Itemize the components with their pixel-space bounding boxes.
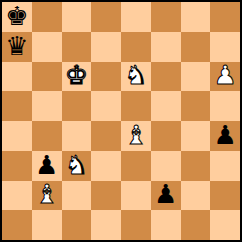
square-b7[interactable]	[32, 32, 62, 62]
square-g7[interactable]	[181, 32, 211, 62]
piece-black-queen: ♛	[5, 33, 28, 59]
square-g8[interactable]	[181, 2, 211, 32]
square-g4[interactable]	[181, 121, 211, 151]
piece-white-pawn: ♟	[213, 62, 236, 88]
square-h8[interactable]	[210, 2, 240, 32]
square-d3[interactable]	[91, 151, 121, 181]
square-h3[interactable]	[210, 151, 240, 181]
square-c5[interactable]	[62, 91, 92, 121]
square-f4[interactable]	[151, 121, 181, 151]
square-a4[interactable]	[2, 121, 32, 151]
square-f6[interactable]	[151, 62, 181, 92]
square-f7[interactable]	[151, 32, 181, 62]
square-b2[interactable]: ♝	[32, 181, 62, 211]
square-c3[interactable]: ♞	[62, 151, 92, 181]
square-e6[interactable]: ♞	[121, 62, 151, 92]
piece-white-knight: ♞	[65, 152, 88, 178]
square-b6[interactable]	[32, 62, 62, 92]
square-b4[interactable]	[32, 121, 62, 151]
square-a8[interactable]: ♚	[2, 2, 32, 32]
square-e4[interactable]: ♝	[121, 121, 151, 151]
square-f5[interactable]	[151, 91, 181, 121]
square-e8[interactable]	[121, 2, 151, 32]
square-e3[interactable]	[121, 151, 151, 181]
square-d6[interactable]	[91, 62, 121, 92]
square-c6[interactable]: ♚	[62, 62, 92, 92]
square-g5[interactable]	[181, 91, 211, 121]
square-c7[interactable]	[62, 32, 92, 62]
square-h6[interactable]: ♟	[210, 62, 240, 92]
square-a3[interactable]	[2, 151, 32, 181]
square-c1[interactable]	[62, 210, 92, 240]
square-e1[interactable]	[121, 210, 151, 240]
square-h4[interactable]: ♟	[210, 121, 240, 151]
piece-white-knight: ♞	[124, 62, 147, 88]
square-a1[interactable]	[2, 210, 32, 240]
square-h7[interactable]	[210, 32, 240, 62]
square-d4[interactable]	[91, 121, 121, 151]
square-h5[interactable]	[210, 91, 240, 121]
piece-white-bishop: ♝	[35, 181, 58, 207]
square-c2[interactable]	[62, 181, 92, 211]
square-d8[interactable]	[91, 2, 121, 32]
square-e7[interactable]	[121, 32, 151, 62]
square-a2[interactable]	[2, 181, 32, 211]
square-a5[interactable]	[2, 91, 32, 121]
square-g3[interactable]	[181, 151, 211, 181]
square-b1[interactable]	[32, 210, 62, 240]
square-d7[interactable]	[91, 32, 121, 62]
square-g2[interactable]	[181, 181, 211, 211]
piece-black-pawn: ♟	[213, 122, 236, 148]
square-d1[interactable]	[91, 210, 121, 240]
square-a6[interactable]	[2, 62, 32, 92]
square-f3[interactable]	[151, 151, 181, 181]
square-g1[interactable]	[181, 210, 211, 240]
piece-black-pawn: ♟	[35, 152, 58, 178]
square-g6[interactable]	[181, 62, 211, 92]
piece-white-king: ♚	[65, 62, 88, 88]
piece-white-bishop: ♝	[124, 122, 147, 148]
square-c4[interactable]	[62, 121, 92, 151]
square-h2[interactable]	[210, 181, 240, 211]
piece-black-king: ♚	[5, 3, 28, 29]
square-e2[interactable]	[121, 181, 151, 211]
square-f1[interactable]	[151, 210, 181, 240]
square-f8[interactable]	[151, 2, 181, 32]
square-h1[interactable]	[210, 210, 240, 240]
square-d2[interactable]	[91, 181, 121, 211]
square-d5[interactable]	[91, 91, 121, 121]
square-e5[interactable]	[121, 91, 151, 121]
square-b5[interactable]	[32, 91, 62, 121]
square-c8[interactable]	[62, 2, 92, 32]
square-b3[interactable]: ♟	[32, 151, 62, 181]
square-b8[interactable]	[32, 2, 62, 32]
piece-black-pawn: ♟	[154, 181, 177, 207]
chess-board: ♚♛♚♞♟♝♟♟♞♝♟	[0, 0, 242, 242]
square-a7[interactable]: ♛	[2, 32, 32, 62]
square-f2[interactable]: ♟	[151, 181, 181, 211]
